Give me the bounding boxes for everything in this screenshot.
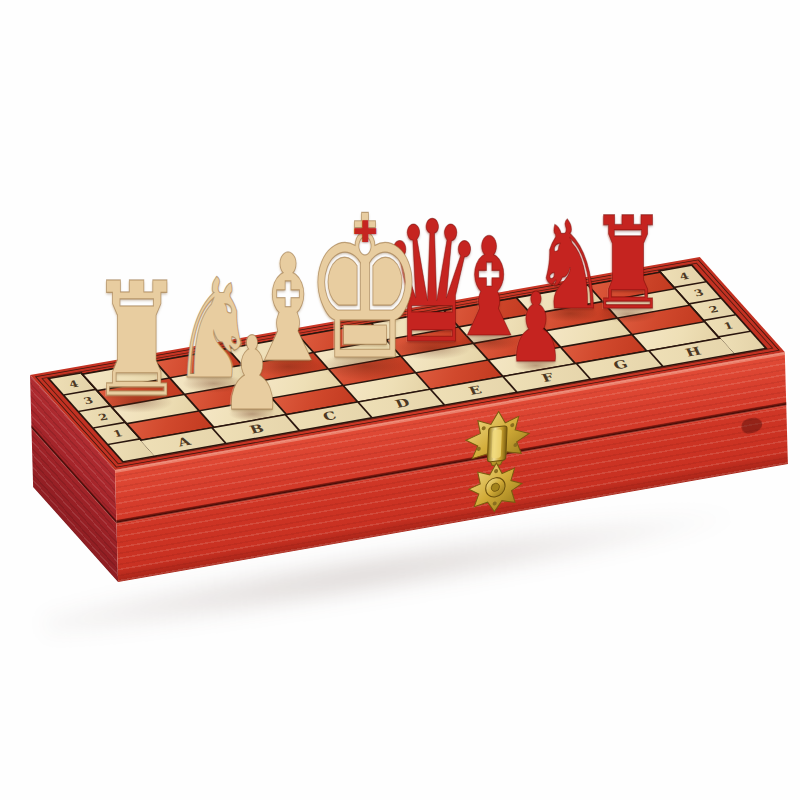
file-label-a: A bbox=[172, 435, 195, 449]
latch-icon bbox=[453, 406, 539, 518]
product-photo-scene: 4 3 2 1 4 3 2 1 A B C D E F G H ♜ ♞ ♟ ♝ … bbox=[0, 0, 800, 800]
file-label-g: G bbox=[607, 358, 631, 372]
file-label-c: C bbox=[317, 409, 340, 423]
king-cross-icon: ✚ bbox=[352, 217, 377, 247]
rank-label-right-4: 4 bbox=[674, 271, 691, 282]
white-rook[interactable]: ♜ bbox=[89, 261, 185, 419]
rank-label-right-2: 2 bbox=[704, 304, 721, 315]
white-pawn[interactable]: ♟ bbox=[221, 323, 283, 425]
rank-label-left-4: 4 bbox=[64, 379, 81, 390]
red-pawn[interactable]: ♟ bbox=[507, 280, 566, 376]
rank-label-right-1: 1 bbox=[719, 320, 736, 331]
file-label-h: H bbox=[680, 345, 705, 359]
file-label-e: E bbox=[463, 384, 485, 398]
maker-stamp-mark bbox=[742, 416, 763, 435]
rank-label-right-3: 3 bbox=[689, 287, 706, 298]
